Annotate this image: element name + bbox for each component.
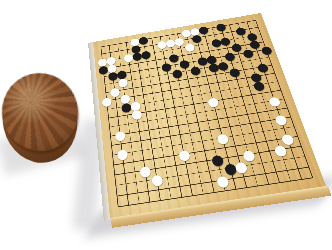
hoshi-point <box>181 55 183 57</box>
white-stone: ● <box>184 42 195 51</box>
white-stone: ● <box>115 130 126 141</box>
white-stone: ● <box>268 96 281 106</box>
go-stone-bowl <box>2 73 78 163</box>
black-stone: ● <box>242 48 254 57</box>
hoshi-point <box>250 94 252 96</box>
black-stone: ● <box>260 45 272 54</box>
hoshi-point <box>206 160 209 162</box>
hoshi-point <box>193 103 195 105</box>
white-stone: ● <box>274 114 287 125</box>
scene: ●●●●●●●●●●●●●●●●●●●●●●●●●●●●●●●●●●●●●●●●… <box>0 0 332 250</box>
white-stone: ● <box>216 133 229 144</box>
white-stone: ● <box>151 173 163 185</box>
black-stone: ● <box>141 50 151 59</box>
black-stone: ● <box>252 80 264 90</box>
black-stone: ● <box>215 22 226 31</box>
white-stone: ● <box>178 149 190 161</box>
white-stone: ● <box>273 144 287 156</box>
hoshi-point <box>128 64 130 66</box>
white-stone: ● <box>131 109 142 119</box>
black-stone: ● <box>229 67 241 77</box>
white-stone: ● <box>216 174 229 186</box>
white-stone: ● <box>234 161 247 173</box>
black-stone: ● <box>172 68 183 77</box>
white-stone: ● <box>117 148 128 159</box>
white-stone: ● <box>102 96 112 106</box>
stones-grid: ●●●●●●●●●●●●●●●●●●●●●●●●●●●●●●●●●●●●●●●●… <box>96 16 320 213</box>
white-stone: ● <box>207 96 219 106</box>
hoshi-point <box>268 150 271 152</box>
black-stone: ● <box>190 65 201 74</box>
go-board: ●●●●●●●●●●●●●●●●●●●●●●●●●●●●●●●●●●●●●●●●… <box>93 13 326 218</box>
